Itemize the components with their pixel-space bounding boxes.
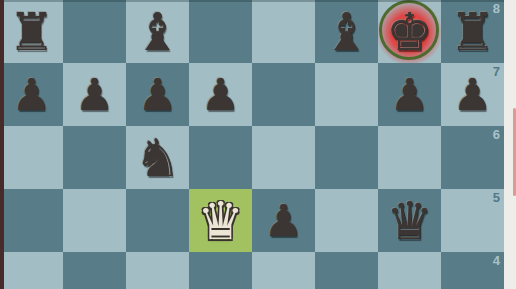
square-h6[interactable]	[441, 126, 504, 189]
window-left-edge	[0, 0, 4, 289]
square-a7[interactable]: ♟	[0, 63, 63, 126]
black-pawn-d7[interactable]: ♟	[201, 73, 240, 117]
square-a8[interactable]: ♜	[0, 0, 63, 63]
square-g8[interactable]: ♚	[378, 0, 441, 63]
square-e6[interactable]	[252, 126, 315, 189]
square-e4[interactable]	[252, 252, 315, 289]
square-g4[interactable]	[378, 252, 441, 289]
square-f5[interactable]	[315, 189, 378, 252]
square-d8[interactable]	[189, 0, 252, 63]
black-knight-c6[interactable]: ♞	[134, 132, 181, 184]
black-rook-a8[interactable]: ♜	[8, 6, 55, 58]
square-g7[interactable]: ♟	[378, 63, 441, 126]
square-c7[interactable]: ♟	[126, 63, 189, 126]
square-d5[interactable]: ♛	[189, 189, 252, 252]
black-bishop-f8[interactable]: ♝	[323, 6, 370, 58]
square-d6[interactable]	[189, 126, 252, 189]
square-b8[interactable]	[63, 0, 126, 63]
square-d7[interactable]: ♟	[189, 63, 252, 126]
square-g6[interactable]	[378, 126, 441, 189]
square-e7[interactable]	[252, 63, 315, 126]
square-a4[interactable]	[0, 252, 63, 289]
square-b6[interactable]	[63, 126, 126, 189]
square-a6[interactable]	[0, 126, 63, 189]
square-f7[interactable]	[315, 63, 378, 126]
black-pawn-b7[interactable]: ♟	[75, 73, 114, 117]
square-a5[interactable]	[0, 189, 63, 252]
square-e8[interactable]	[252, 0, 315, 63]
square-h7[interactable]: ♟	[441, 63, 504, 126]
black-pawn-e5[interactable]: ♟	[264, 199, 303, 243]
square-c6[interactable]: ♞	[126, 126, 189, 189]
square-c5[interactable]	[126, 189, 189, 252]
square-b4[interactable]	[63, 252, 126, 289]
square-c8[interactable]: ♝	[126, 0, 189, 63]
square-f6[interactable]	[315, 126, 378, 189]
black-pawn-a7[interactable]: ♟	[12, 73, 51, 117]
black-rook-h8[interactable]: ♜	[449, 6, 496, 58]
page-background-strip	[504, 0, 516, 289]
square-e5[interactable]: ♟	[252, 189, 315, 252]
square-b7[interactable]: ♟	[63, 63, 126, 126]
square-h4[interactable]	[441, 252, 504, 289]
black-king-g8[interactable]: ♚	[386, 6, 433, 58]
square-h8[interactable]: ♜	[441, 0, 504, 63]
square-f4[interactable]	[315, 252, 378, 289]
square-d4[interactable]	[189, 252, 252, 289]
square-b5[interactable]	[63, 189, 126, 252]
square-f8[interactable]: ♝	[315, 0, 378, 63]
black-pawn-h7[interactable]: ♟	[453, 73, 492, 117]
chess-board: ♜♝♝♚♜8♟♟♟♟♟♟7♞6♛♟♛54	[0, 0, 504, 289]
black-pawn-c7[interactable]: ♟	[138, 73, 177, 117]
black-queen-g5[interactable]: ♛	[386, 195, 433, 247]
square-g5[interactable]: ♛	[378, 189, 441, 252]
chess-app-window: ♜♝♝♚♜8♟♟♟♟♟♟7♞6♛♟♛54	[0, 0, 516, 289]
white-queen-d5[interactable]: ♛	[197, 195, 244, 247]
square-h5[interactable]	[441, 189, 504, 252]
square-c4[interactable]	[126, 252, 189, 289]
black-pawn-g7[interactable]: ♟	[390, 73, 429, 117]
black-bishop-c8[interactable]: ♝	[134, 6, 181, 58]
